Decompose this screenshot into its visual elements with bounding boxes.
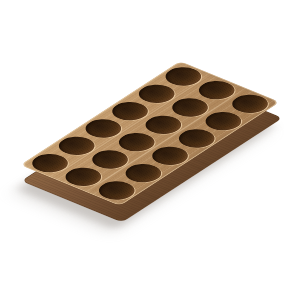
product-photo-scene (0, 0, 300, 300)
